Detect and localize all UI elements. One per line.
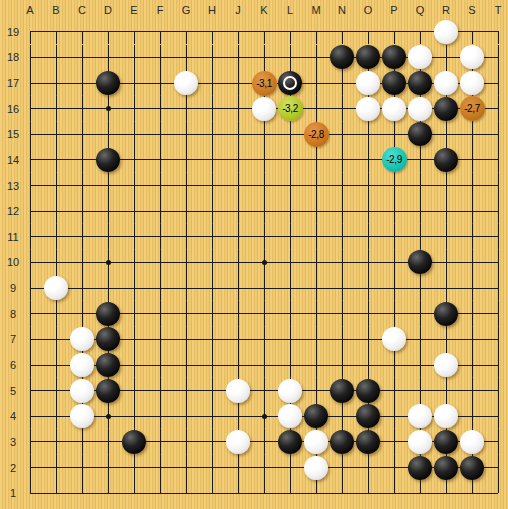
board-cell[interactable] xyxy=(381,173,407,199)
board-cell[interactable] xyxy=(225,19,251,45)
board-cell[interactable] xyxy=(329,147,355,173)
board-cell[interactable] xyxy=(69,429,95,455)
board-cell[interactable] xyxy=(199,403,225,429)
board-cell[interactable] xyxy=(173,352,199,378)
board-cell[interactable] xyxy=(69,45,95,71)
board-cell[interactable] xyxy=(407,455,433,481)
board-cell[interactable] xyxy=(225,429,251,455)
board-cell[interactable] xyxy=(199,45,225,71)
board-cell[interactable] xyxy=(17,403,43,429)
board-cell[interactable] xyxy=(199,275,225,301)
board-cell[interactable] xyxy=(199,378,225,404)
board-cell[interactable] xyxy=(251,122,277,148)
board-cell[interactable] xyxy=(121,403,147,429)
board-cell[interactable] xyxy=(355,45,381,71)
board-cell[interactable] xyxy=(147,173,173,199)
board-cell[interactable] xyxy=(381,96,407,122)
board-cell[interactable] xyxy=(433,301,459,327)
board-cell[interactable] xyxy=(407,173,433,199)
board-cell[interactable] xyxy=(199,198,225,224)
board-cell[interactable] xyxy=(69,352,95,378)
board-cell[interactable] xyxy=(329,96,355,122)
board-cell[interactable] xyxy=(251,96,277,122)
board-cell[interactable] xyxy=(407,198,433,224)
board-cell[interactable] xyxy=(485,198,508,224)
board-cell[interactable] xyxy=(459,122,485,148)
board-cell[interactable] xyxy=(173,19,199,45)
board-cell[interactable] xyxy=(407,301,433,327)
board-cell[interactable] xyxy=(173,301,199,327)
board-cell[interactable] xyxy=(329,301,355,327)
board-cell[interactable] xyxy=(277,147,303,173)
board-cell[interactable] xyxy=(95,352,121,378)
board-cell[interactable] xyxy=(95,301,121,327)
board-cell[interactable] xyxy=(459,173,485,199)
board-cell[interactable] xyxy=(355,352,381,378)
board-cell[interactable] xyxy=(355,378,381,404)
board-cell[interactable] xyxy=(433,403,459,429)
board-cell[interactable]: -2,7 xyxy=(459,96,485,122)
board-cell[interactable] xyxy=(199,173,225,199)
board-cell[interactable] xyxy=(355,173,381,199)
board-cell[interactable] xyxy=(69,147,95,173)
board-cell[interactable] xyxy=(381,19,407,45)
board-cell[interactable] xyxy=(303,224,329,250)
board-cell[interactable] xyxy=(407,96,433,122)
board-cell[interactable] xyxy=(121,480,147,506)
board-cell[interactable] xyxy=(303,45,329,71)
board-cell[interactable] xyxy=(355,275,381,301)
board-cell[interactable] xyxy=(43,70,69,96)
board-cell[interactable] xyxy=(147,378,173,404)
board-cell[interactable] xyxy=(251,275,277,301)
board-cell[interactable]: -2,8 xyxy=(303,122,329,148)
board-cell[interactable] xyxy=(147,147,173,173)
board-cell[interactable] xyxy=(69,173,95,199)
board-cell[interactable] xyxy=(173,45,199,71)
board-cell[interactable] xyxy=(69,327,95,353)
board-cell[interactable] xyxy=(433,70,459,96)
board-cell[interactable] xyxy=(277,198,303,224)
board-cell[interactable] xyxy=(225,480,251,506)
board-cell[interactable] xyxy=(303,173,329,199)
board-cell[interactable] xyxy=(485,122,508,148)
board-cell[interactable] xyxy=(121,173,147,199)
board-cell[interactable] xyxy=(173,275,199,301)
board-cell[interactable] xyxy=(225,45,251,71)
board-cell[interactable] xyxy=(355,480,381,506)
board-cell[interactable] xyxy=(121,224,147,250)
board-cell[interactable] xyxy=(485,250,508,276)
board-cell[interactable]: -3,2 xyxy=(277,96,303,122)
board-cell[interactable] xyxy=(485,147,508,173)
board-cell[interactable] xyxy=(407,429,433,455)
board-cell[interactable] xyxy=(199,122,225,148)
board-cell[interactable] xyxy=(433,19,459,45)
board-cell[interactable] xyxy=(485,480,508,506)
board-cell[interactable] xyxy=(381,70,407,96)
board-cell[interactable] xyxy=(43,480,69,506)
board-cell[interactable] xyxy=(69,96,95,122)
board-cell[interactable] xyxy=(485,352,508,378)
board-cell[interactable] xyxy=(485,429,508,455)
board-cell[interactable] xyxy=(17,352,43,378)
board-cell[interactable] xyxy=(43,122,69,148)
board-cell[interactable] xyxy=(69,250,95,276)
board-cell[interactable] xyxy=(381,275,407,301)
board-cell[interactable] xyxy=(199,70,225,96)
board-cell[interactable] xyxy=(43,96,69,122)
board-cell[interactable] xyxy=(303,198,329,224)
board-cell[interactable] xyxy=(17,455,43,481)
board-cell[interactable] xyxy=(173,96,199,122)
board-cell[interactable] xyxy=(277,250,303,276)
board-cell[interactable] xyxy=(95,45,121,71)
board-cell[interactable] xyxy=(17,250,43,276)
board-cell[interactable] xyxy=(251,224,277,250)
board-cell[interactable] xyxy=(225,378,251,404)
board-cell[interactable] xyxy=(459,70,485,96)
board-cell[interactable] xyxy=(121,301,147,327)
board-cell[interactable] xyxy=(225,224,251,250)
board-cell[interactable] xyxy=(381,327,407,353)
board-cell[interactable] xyxy=(17,275,43,301)
board-cell[interactable] xyxy=(381,250,407,276)
board-cell[interactable] xyxy=(277,173,303,199)
analysis-move-overlay[interactable]: -2,7 xyxy=(460,96,485,121)
board-cell[interactable] xyxy=(17,198,43,224)
board-cell[interactable] xyxy=(121,429,147,455)
board-cell[interactable] xyxy=(433,480,459,506)
board-cell[interactable] xyxy=(95,250,121,276)
board-cell[interactable] xyxy=(17,378,43,404)
board-cell[interactable] xyxy=(329,250,355,276)
board-cell[interactable] xyxy=(199,327,225,353)
board-cell[interactable] xyxy=(355,429,381,455)
board-cell[interactable] xyxy=(329,45,355,71)
board-cell[interactable] xyxy=(355,198,381,224)
board-cell[interactable] xyxy=(95,122,121,148)
board-cell[interactable] xyxy=(485,275,508,301)
board-cell[interactable] xyxy=(147,352,173,378)
analysis-move-overlay[interactable]: -2,8 xyxy=(304,122,329,147)
board-cell[interactable] xyxy=(355,224,381,250)
board-cell[interactable] xyxy=(355,327,381,353)
board-cell[interactable] xyxy=(173,147,199,173)
board-cell[interactable] xyxy=(199,352,225,378)
board-cell[interactable] xyxy=(147,70,173,96)
board-cell[interactable] xyxy=(95,403,121,429)
board-cell[interactable] xyxy=(147,122,173,148)
board-cell[interactable] xyxy=(121,250,147,276)
board-cell[interactable] xyxy=(329,224,355,250)
board-cell[interactable] xyxy=(277,327,303,353)
board-cell[interactable] xyxy=(17,327,43,353)
board-cell[interactable] xyxy=(459,250,485,276)
board-cell[interactable] xyxy=(329,403,355,429)
board-cell[interactable] xyxy=(251,301,277,327)
board-cell[interactable] xyxy=(43,173,69,199)
board-cell[interactable] xyxy=(459,147,485,173)
board-cell[interactable] xyxy=(43,403,69,429)
board-cell[interactable] xyxy=(407,275,433,301)
board-cell[interactable] xyxy=(95,70,121,96)
board-cell[interactable] xyxy=(355,455,381,481)
board-cell[interactable] xyxy=(251,327,277,353)
board-cell[interactable] xyxy=(147,19,173,45)
board-cell[interactable] xyxy=(459,378,485,404)
board-cell[interactable] xyxy=(95,19,121,45)
board-cell[interactable] xyxy=(17,147,43,173)
board-cell[interactable] xyxy=(433,96,459,122)
board-cell[interactable] xyxy=(433,352,459,378)
board-cell[interactable] xyxy=(381,352,407,378)
board-cell[interactable] xyxy=(69,301,95,327)
board-cell[interactable] xyxy=(251,378,277,404)
board-cell[interactable] xyxy=(277,275,303,301)
board-cell[interactable] xyxy=(251,403,277,429)
board-cell[interactable] xyxy=(433,45,459,71)
board-cell[interactable] xyxy=(433,378,459,404)
board-cell[interactable] xyxy=(277,403,303,429)
board-cell[interactable] xyxy=(459,224,485,250)
board-cell[interactable] xyxy=(277,122,303,148)
board-cell[interactable] xyxy=(303,275,329,301)
board-cell[interactable] xyxy=(329,480,355,506)
board-cell[interactable] xyxy=(43,455,69,481)
board-cell[interactable] xyxy=(17,224,43,250)
board-cell[interactable] xyxy=(277,224,303,250)
board-cell[interactable] xyxy=(225,70,251,96)
board-cell[interactable] xyxy=(69,70,95,96)
board-cell[interactable] xyxy=(69,480,95,506)
board-cell[interactable] xyxy=(303,429,329,455)
board-cell[interactable] xyxy=(173,403,199,429)
board-cell[interactable] xyxy=(225,198,251,224)
board-cell[interactable] xyxy=(225,403,251,429)
board-cell[interactable] xyxy=(43,378,69,404)
board-cell[interactable]: -3,1 xyxy=(251,70,277,96)
board-cell[interactable] xyxy=(433,275,459,301)
board-cell[interactable] xyxy=(251,429,277,455)
board-cell[interactable] xyxy=(459,275,485,301)
board-cell[interactable] xyxy=(277,301,303,327)
board-cell[interactable] xyxy=(407,480,433,506)
board-cell[interactable] xyxy=(459,19,485,45)
board-cell[interactable] xyxy=(43,19,69,45)
board-cell[interactable] xyxy=(277,378,303,404)
board-cell[interactable] xyxy=(95,480,121,506)
board-cell[interactable] xyxy=(355,122,381,148)
board-cell[interactable] xyxy=(303,250,329,276)
board-cell[interactable] xyxy=(43,275,69,301)
board-cell[interactable] xyxy=(355,147,381,173)
board-cell[interactable] xyxy=(303,378,329,404)
board-cell[interactable] xyxy=(121,45,147,71)
board-cell[interactable] xyxy=(17,70,43,96)
board-cell[interactable] xyxy=(407,70,433,96)
board-cell[interactable] xyxy=(69,403,95,429)
board-cell[interactable] xyxy=(303,480,329,506)
board-cell[interactable] xyxy=(173,250,199,276)
board-cell[interactable] xyxy=(147,250,173,276)
board-cell[interactable] xyxy=(173,224,199,250)
board-cell[interactable] xyxy=(485,455,508,481)
board-cell[interactable] xyxy=(225,250,251,276)
board-cell[interactable] xyxy=(173,122,199,148)
board-cell[interactable] xyxy=(225,173,251,199)
board-cell[interactable] xyxy=(381,198,407,224)
board-cell[interactable] xyxy=(173,327,199,353)
board-cell[interactable] xyxy=(173,429,199,455)
board-cell[interactable] xyxy=(407,224,433,250)
board-cell[interactable] xyxy=(303,96,329,122)
board-cell[interactable] xyxy=(95,378,121,404)
board-cell[interactable] xyxy=(329,429,355,455)
board-cell[interactable] xyxy=(95,275,121,301)
board-cell[interactable] xyxy=(121,378,147,404)
board-cell[interactable] xyxy=(17,19,43,45)
analysis-move-overlay[interactable]: -2,9 xyxy=(382,147,407,172)
board-cell[interactable] xyxy=(251,480,277,506)
board-cell[interactable] xyxy=(485,96,508,122)
board-cell[interactable] xyxy=(43,429,69,455)
board-cell[interactable] xyxy=(407,147,433,173)
board-cell[interactable] xyxy=(147,45,173,71)
board-cell[interactable] xyxy=(95,173,121,199)
board-cell[interactable] xyxy=(277,455,303,481)
board-cell[interactable] xyxy=(407,250,433,276)
board-cell[interactable] xyxy=(251,250,277,276)
board-cell[interactable] xyxy=(251,19,277,45)
board-cell[interactable] xyxy=(277,45,303,71)
board-cell[interactable] xyxy=(381,378,407,404)
board-cell[interactable] xyxy=(355,301,381,327)
board-cell[interactable] xyxy=(433,173,459,199)
board-cell[interactable] xyxy=(43,147,69,173)
board-cell[interactable] xyxy=(43,327,69,353)
board-cell[interactable] xyxy=(355,96,381,122)
board-cell[interactable] xyxy=(459,327,485,353)
board-cell[interactable] xyxy=(251,352,277,378)
board-cell[interactable] xyxy=(433,122,459,148)
board-cell[interactable] xyxy=(225,352,251,378)
board-cell[interactable] xyxy=(433,429,459,455)
board-cell[interactable] xyxy=(95,198,121,224)
board-cell[interactable] xyxy=(199,301,225,327)
board-cell[interactable] xyxy=(303,19,329,45)
board-cell[interactable] xyxy=(225,301,251,327)
board-cell[interactable] xyxy=(121,352,147,378)
board-cell[interactable] xyxy=(433,224,459,250)
board-cell[interactable] xyxy=(277,70,303,96)
board-cell[interactable] xyxy=(459,403,485,429)
board-cell[interactable] xyxy=(147,480,173,506)
board-cell[interactable] xyxy=(95,327,121,353)
board-cell[interactable] xyxy=(199,480,225,506)
board-cell[interactable] xyxy=(121,198,147,224)
board-cell[interactable] xyxy=(407,122,433,148)
board-cell[interactable] xyxy=(225,327,251,353)
board-cell[interactable] xyxy=(485,19,508,45)
board-cell[interactable] xyxy=(43,45,69,71)
board-cell[interactable] xyxy=(199,455,225,481)
board-cell[interactable] xyxy=(251,45,277,71)
board-cell[interactable] xyxy=(303,403,329,429)
board-cell[interactable] xyxy=(69,19,95,45)
board-cell[interactable] xyxy=(485,45,508,71)
board-cell[interactable] xyxy=(459,455,485,481)
board-cell[interactable] xyxy=(147,455,173,481)
board-cell[interactable] xyxy=(43,250,69,276)
board-cell[interactable] xyxy=(95,224,121,250)
board-cell[interactable] xyxy=(121,70,147,96)
board-cell[interactable] xyxy=(485,70,508,96)
board-cell[interactable] xyxy=(147,96,173,122)
board-cell[interactable] xyxy=(199,224,225,250)
board-cell[interactable] xyxy=(121,455,147,481)
board-cell[interactable] xyxy=(43,301,69,327)
board-cell[interactable] xyxy=(381,429,407,455)
board-cell[interactable] xyxy=(69,455,95,481)
board-cell[interactable] xyxy=(433,198,459,224)
board-cell[interactable] xyxy=(381,455,407,481)
board-cell[interactable] xyxy=(329,173,355,199)
board-cell[interactable] xyxy=(459,480,485,506)
board-cell[interactable] xyxy=(251,147,277,173)
board-cell[interactable] xyxy=(433,147,459,173)
board-cell[interactable] xyxy=(95,147,121,173)
board-cell[interactable] xyxy=(17,480,43,506)
board-cell[interactable] xyxy=(329,378,355,404)
board-cell[interactable] xyxy=(381,480,407,506)
board-cell[interactable] xyxy=(303,455,329,481)
board-cell[interactable] xyxy=(303,147,329,173)
board-cell[interactable] xyxy=(277,352,303,378)
board-cell[interactable] xyxy=(199,147,225,173)
board-cell[interactable] xyxy=(407,45,433,71)
board-cell[interactable] xyxy=(485,224,508,250)
board-cell[interactable] xyxy=(17,96,43,122)
board-cell[interactable] xyxy=(199,429,225,455)
board-cell[interactable] xyxy=(147,327,173,353)
board-cell[interactable] xyxy=(173,173,199,199)
board-cell[interactable] xyxy=(407,19,433,45)
board-cell[interactable] xyxy=(69,378,95,404)
board-cell[interactable] xyxy=(329,19,355,45)
board-cell[interactable] xyxy=(225,275,251,301)
board-cell[interactable] xyxy=(95,96,121,122)
board-cell[interactable] xyxy=(381,301,407,327)
board-cell[interactable] xyxy=(147,224,173,250)
board-cell[interactable] xyxy=(407,327,433,353)
board-cell[interactable] xyxy=(173,480,199,506)
board-cell[interactable] xyxy=(121,122,147,148)
board-cell[interactable] xyxy=(407,403,433,429)
board-cell[interactable] xyxy=(329,198,355,224)
board-cell[interactable] xyxy=(433,327,459,353)
board-cell[interactable] xyxy=(433,250,459,276)
board-cell[interactable] xyxy=(329,122,355,148)
analysis-move-overlay[interactable]: -3,1 xyxy=(252,71,277,96)
board-cell[interactable] xyxy=(277,480,303,506)
board-cell[interactable] xyxy=(17,173,43,199)
board-cell[interactable] xyxy=(485,301,508,327)
board-cell[interactable] xyxy=(147,429,173,455)
board-cell[interactable] xyxy=(225,122,251,148)
board-cell[interactable] xyxy=(121,19,147,45)
board-cell[interactable] xyxy=(43,198,69,224)
